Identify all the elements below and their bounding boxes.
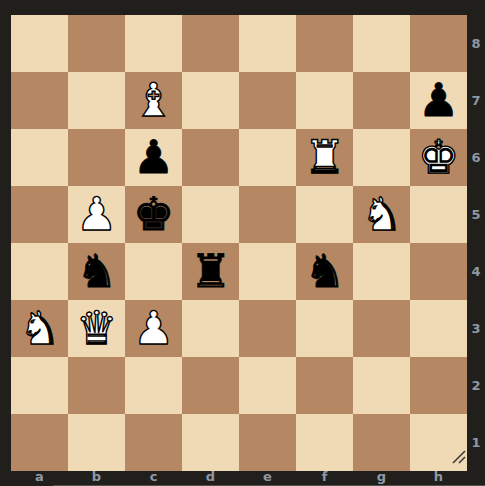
square-e1[interactable] [239, 414, 296, 471]
square-f2[interactable] [296, 357, 353, 414]
square-a1[interactable] [11, 414, 68, 471]
square-c5[interactable]: ♚ [125, 186, 182, 243]
piece-white-pawn[interactable]: ♟ [125, 300, 182, 357]
square-e2[interactable] [239, 357, 296, 414]
square-f6[interactable]: ♜ [296, 129, 353, 186]
square-b2[interactable] [68, 357, 125, 414]
rank-label-4: 4 [467, 243, 485, 300]
square-b1[interactable] [68, 414, 125, 471]
square-d3[interactable] [182, 300, 239, 357]
piece-white-bishop[interactable]: ♝ [125, 72, 182, 129]
square-d7[interactable] [182, 72, 239, 129]
square-b6[interactable] [68, 129, 125, 186]
piece-black-pawn[interactable]: ♟ [410, 72, 467, 129]
piece-white-pawn[interactable]: ♟ [68, 186, 125, 243]
piece-white-knight[interactable]: ♞ [11, 300, 68, 357]
piece-black-rook[interactable]: ♜ [182, 243, 239, 300]
square-g3[interactable] [353, 300, 410, 357]
square-b5[interactable]: ♟ [68, 186, 125, 243]
square-d4[interactable]: ♜ [182, 243, 239, 300]
resize-handle-icon[interactable] [450, 448, 468, 466]
file-label-a: a [11, 470, 68, 486]
file-label-f: f [296, 470, 353, 486]
file-label-c: c [125, 470, 182, 486]
square-b4[interactable]: ♞ [68, 243, 125, 300]
square-d8[interactable] [182, 15, 239, 72]
square-a4[interactable] [11, 243, 68, 300]
square-c2[interactable] [125, 357, 182, 414]
piece-black-knight[interactable]: ♞ [68, 243, 125, 300]
square-d6[interactable] [182, 129, 239, 186]
square-g7[interactable] [353, 72, 410, 129]
square-a6[interactable] [11, 129, 68, 186]
square-e5[interactable] [239, 186, 296, 243]
square-c1[interactable] [125, 414, 182, 471]
square-d1[interactable] [182, 414, 239, 471]
rank-label-6: 6 [467, 129, 485, 186]
rank-coordinates: 87654321 [467, 15, 485, 471]
square-h7[interactable]: ♟ [410, 72, 467, 129]
square-c8[interactable] [125, 15, 182, 72]
square-f7[interactable] [296, 72, 353, 129]
square-h5[interactable] [410, 186, 467, 243]
square-f5[interactable] [296, 186, 353, 243]
square-h2[interactable] [410, 357, 467, 414]
square-b7[interactable] [68, 72, 125, 129]
square-g1[interactable] [353, 414, 410, 471]
piece-black-knight[interactable]: ♞ [296, 243, 353, 300]
square-e6[interactable] [239, 129, 296, 186]
square-d2[interactable] [182, 357, 239, 414]
rank-label-3: 3 [467, 300, 485, 357]
square-d5[interactable] [182, 186, 239, 243]
square-b3[interactable]: ♛ [68, 300, 125, 357]
chess-app-window: ♝♟♟♜♚♟♚♞♞♜♞♞♛♟ 87654321 abcdefgh [0, 0, 485, 486]
square-e7[interactable] [239, 72, 296, 129]
file-label-d: d [182, 470, 239, 486]
piece-white-queen[interactable]: ♛ [68, 300, 125, 357]
rank-label-2: 2 [467, 357, 485, 414]
file-label-h: h [410, 470, 467, 486]
piece-black-pawn[interactable]: ♟ [125, 129, 182, 186]
square-b8[interactable] [68, 15, 125, 72]
square-f3[interactable] [296, 300, 353, 357]
square-f1[interactable] [296, 414, 353, 471]
square-h8[interactable] [410, 15, 467, 72]
rank-label-1: 1 [467, 414, 485, 471]
square-g5[interactable]: ♞ [353, 186, 410, 243]
square-g2[interactable] [353, 357, 410, 414]
piece-white-king[interactable]: ♚ [410, 129, 467, 186]
square-h4[interactable] [410, 243, 467, 300]
file-coordinates: abcdefgh [11, 470, 467, 486]
square-c4[interactable] [125, 243, 182, 300]
square-a2[interactable] [11, 357, 68, 414]
chess-board: ♝♟♟♜♚♟♚♞♞♜♞♞♛♟ [11, 15, 467, 471]
square-a3[interactable]: ♞ [11, 300, 68, 357]
square-h6[interactable]: ♚ [410, 129, 467, 186]
square-c6[interactable]: ♟ [125, 129, 182, 186]
rank-label-7: 7 [467, 72, 485, 129]
square-e4[interactable] [239, 243, 296, 300]
square-e3[interactable] [239, 300, 296, 357]
piece-white-knight[interactable]: ♞ [353, 186, 410, 243]
square-g4[interactable] [353, 243, 410, 300]
square-c7[interactable]: ♝ [125, 72, 182, 129]
square-a5[interactable] [11, 186, 68, 243]
square-a7[interactable] [11, 72, 68, 129]
square-f8[interactable] [296, 15, 353, 72]
square-c3[interactable]: ♟ [125, 300, 182, 357]
rank-label-5: 5 [467, 186, 485, 243]
file-label-g: g [353, 470, 410, 486]
rank-label-8: 8 [467, 15, 485, 72]
piece-white-rook[interactable]: ♜ [296, 129, 353, 186]
square-e8[interactable] [239, 15, 296, 72]
piece-black-king[interactable]: ♚ [125, 186, 182, 243]
file-label-b: b [68, 470, 125, 486]
square-a8[interactable] [11, 15, 68, 72]
square-g6[interactable] [353, 129, 410, 186]
square-g8[interactable] [353, 15, 410, 72]
file-label-e: e [239, 470, 296, 486]
square-f4[interactable]: ♞ [296, 243, 353, 300]
square-h3[interactable] [410, 300, 467, 357]
